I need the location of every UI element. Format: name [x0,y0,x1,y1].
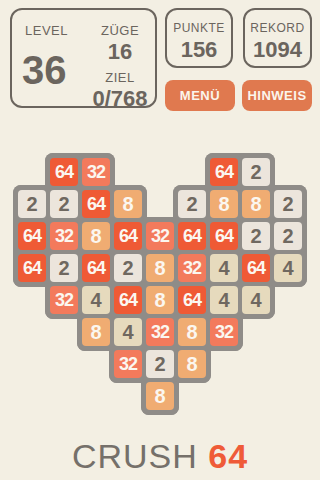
tile-32[interactable]: 32 [146,318,174,346]
tile-64[interactable]: 64 [18,254,46,282]
tile-4[interactable]: 4 [82,286,110,314]
tile-64[interactable]: 64 [114,222,142,250]
points-box: PUNKTE 156 [165,8,233,68]
tile-8[interactable]: 8 [146,286,174,314]
tile-4[interactable]: 4 [210,286,238,314]
tile-64[interactable]: 64 [18,222,46,250]
menu-button[interactable]: MENÜ [165,80,235,111]
moves-label: ZÜGE [90,23,150,38]
tile-2[interactable]: 2 [274,222,302,250]
tile-2[interactable]: 2 [146,350,174,378]
tile-32[interactable]: 32 [210,318,238,346]
tile-2[interactable]: 2 [50,190,78,218]
tile-64[interactable]: 64 [210,222,238,250]
record-box: REKORD 1094 [243,8,312,68]
tile-64[interactable]: 64 [242,254,270,282]
game-title-number: 64 [208,437,248,475]
hint-button[interactable]: HINWEIS [242,80,312,111]
tile-2[interactable]: 2 [50,254,78,282]
record-value: 1094 [245,37,310,63]
tile-32[interactable]: 32 [82,158,110,186]
tile-32[interactable]: 32 [50,286,78,314]
tile-8[interactable]: 8 [178,350,206,378]
tile-8[interactable]: 8 [114,190,142,218]
tile-8[interactable]: 8 [146,254,174,282]
tile-4[interactable]: 4 [114,318,142,346]
tile-2[interactable]: 2 [178,190,206,218]
tile-8[interactable]: 8 [178,318,206,346]
tile-32[interactable]: 32 [114,350,142,378]
tile-8[interactable]: 8 [146,382,174,410]
game-title: CRUSH 64 [0,437,320,476]
game-title-word: CRUSH [72,437,198,475]
moves-value: 16 [90,39,150,65]
tile-64[interactable]: 64 [82,190,110,218]
tile-8[interactable]: 8 [82,318,110,346]
tile-2[interactable]: 2 [18,190,46,218]
tile-8[interactable]: 8 [210,190,238,218]
tile-32[interactable]: 32 [178,254,206,282]
moves-goal-panel: ZÜGE 16 ZIEL 0/768 [90,23,150,112]
tile-8[interactable]: 8 [242,190,270,218]
tile-2[interactable]: 2 [242,158,270,186]
level-box: LEVEL 36 ZÜGE 16 ZIEL 0/768 [10,8,157,108]
goal-label: ZIEL [90,70,150,85]
tile-64[interactable]: 64 [82,254,110,282]
level-label: LEVEL [25,23,68,38]
tile-4[interactable]: 4 [242,286,270,314]
tile-2[interactable]: 2 [274,190,302,218]
tile-64[interactable]: 64 [178,286,206,314]
tile-2[interactable]: 2 [114,254,142,282]
tile-4[interactable]: 4 [210,254,238,282]
tile-32[interactable]: 32 [50,222,78,250]
tile-64[interactable]: 64 [50,158,78,186]
level-value: 36 [22,48,67,93]
tile-64[interactable]: 64 [178,222,206,250]
tile-64[interactable]: 64 [114,286,142,314]
record-label: REKORD [245,21,310,35]
points-label: PUNKTE [167,21,231,35]
tile-8[interactable]: 8 [82,222,110,250]
tile-4[interactable]: 4 [274,254,302,282]
tile-32[interactable]: 32 [146,222,174,250]
tile-2[interactable]: 2 [242,222,270,250]
tile-64[interactable]: 64 [210,158,238,186]
goal-value: 0/768 [90,86,150,112]
points-value: 156 [167,37,231,63]
